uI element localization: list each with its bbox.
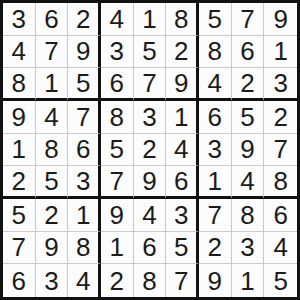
cell-r9c9[interactable]: 5 bbox=[264, 264, 297, 297]
sudoku-board: 3624185794793528618156794239478316521865… bbox=[0, 0, 300, 300]
cell-r6c7[interactable]: 1 bbox=[199, 166, 232, 199]
cell-r6c5[interactable]: 9 bbox=[134, 166, 167, 199]
cell-r4c7[interactable]: 6 bbox=[199, 101, 232, 134]
cell-r9c2[interactable]: 3 bbox=[36, 264, 69, 297]
cell-r6c1[interactable]: 2 bbox=[3, 166, 36, 199]
cell-r1c7[interactable]: 5 bbox=[199, 3, 232, 36]
cell-r9c8[interactable]: 1 bbox=[232, 264, 265, 297]
cell-r9c3[interactable]: 4 bbox=[68, 264, 101, 297]
cell-r5c5[interactable]: 2 bbox=[134, 134, 167, 167]
cell-r2c5[interactable]: 5 bbox=[134, 36, 167, 69]
cell-r7c3[interactable]: 1 bbox=[68, 199, 101, 232]
cell-r1c6[interactable]: 8 bbox=[166, 3, 199, 36]
cell-r8c8[interactable]: 3 bbox=[232, 232, 265, 265]
cell-r6c3[interactable]: 3 bbox=[68, 166, 101, 199]
cell-r1c8[interactable]: 7 bbox=[232, 3, 265, 36]
cell-r7c1[interactable]: 5 bbox=[3, 199, 36, 232]
cell-r9c5[interactable]: 8 bbox=[134, 264, 167, 297]
cell-r2c7[interactable]: 8 bbox=[199, 36, 232, 69]
cell-r2c9[interactable]: 1 bbox=[264, 36, 297, 69]
cell-r4c8[interactable]: 5 bbox=[232, 101, 265, 134]
cell-r2c2[interactable]: 7 bbox=[36, 36, 69, 69]
cell-r8c9[interactable]: 4 bbox=[264, 232, 297, 265]
cell-r2c3[interactable]: 9 bbox=[68, 36, 101, 69]
cell-r5c8[interactable]: 9 bbox=[232, 134, 265, 167]
cell-r7c4[interactable]: 9 bbox=[101, 199, 134, 232]
cell-r1c5[interactable]: 1 bbox=[134, 3, 167, 36]
cell-r8c1[interactable]: 7 bbox=[3, 232, 36, 265]
cell-r1c3[interactable]: 2 bbox=[68, 3, 101, 36]
cell-r9c4[interactable]: 2 bbox=[101, 264, 134, 297]
cell-r5c6[interactable]: 4 bbox=[166, 134, 199, 167]
cell-r5c9[interactable]: 7 bbox=[264, 134, 297, 167]
cell-r3c8[interactable]: 2 bbox=[232, 68, 265, 101]
cell-r3c4[interactable]: 6 bbox=[101, 68, 134, 101]
cell-r3c3[interactable]: 5 bbox=[68, 68, 101, 101]
cell-r3c7[interactable]: 4 bbox=[199, 68, 232, 101]
sudoku-page: 3624185794793528618156794239478316521865… bbox=[0, 0, 300, 300]
cell-r1c4[interactable]: 4 bbox=[101, 3, 134, 36]
cell-r1c2[interactable]: 6 bbox=[36, 3, 69, 36]
cell-r4c6[interactable]: 1 bbox=[166, 101, 199, 134]
cell-r2c8[interactable]: 6 bbox=[232, 36, 265, 69]
cell-r9c6[interactable]: 7 bbox=[166, 264, 199, 297]
cell-r7c7[interactable]: 7 bbox=[199, 199, 232, 232]
cell-r4c9[interactable]: 2 bbox=[264, 101, 297, 134]
cell-r5c1[interactable]: 1 bbox=[3, 134, 36, 167]
cell-r3c2[interactable]: 1 bbox=[36, 68, 69, 101]
cell-r5c7[interactable]: 3 bbox=[199, 134, 232, 167]
cell-r3c9[interactable]: 3 bbox=[264, 68, 297, 101]
cell-r4c1[interactable]: 9 bbox=[3, 101, 36, 134]
cell-r8c4[interactable]: 1 bbox=[101, 232, 134, 265]
cell-r4c3[interactable]: 7 bbox=[68, 101, 101, 134]
cell-r3c6[interactable]: 9 bbox=[166, 68, 199, 101]
cell-r9c1[interactable]: 6 bbox=[3, 264, 36, 297]
cell-r7c8[interactable]: 8 bbox=[232, 199, 265, 232]
cell-r4c2[interactable]: 4 bbox=[36, 101, 69, 134]
cell-r3c1[interactable]: 8 bbox=[3, 68, 36, 101]
cell-r5c2[interactable]: 8 bbox=[36, 134, 69, 167]
cell-r8c2[interactable]: 9 bbox=[36, 232, 69, 265]
cell-r8c6[interactable]: 5 bbox=[166, 232, 199, 265]
cell-r7c5[interactable]: 4 bbox=[134, 199, 167, 232]
cell-r5c3[interactable]: 6 bbox=[68, 134, 101, 167]
cell-r8c3[interactable]: 8 bbox=[68, 232, 101, 265]
cell-r8c7[interactable]: 2 bbox=[199, 232, 232, 265]
cell-r2c4[interactable]: 3 bbox=[101, 36, 134, 69]
cell-r1c9[interactable]: 9 bbox=[264, 3, 297, 36]
cell-r7c9[interactable]: 6 bbox=[264, 199, 297, 232]
cell-r9c7[interactable]: 9 bbox=[199, 264, 232, 297]
cell-r2c1[interactable]: 4 bbox=[3, 36, 36, 69]
cell-r6c4[interactable]: 7 bbox=[101, 166, 134, 199]
cell-r4c4[interactable]: 8 bbox=[101, 101, 134, 134]
cell-r2c6[interactable]: 2 bbox=[166, 36, 199, 69]
cell-r7c2[interactable]: 2 bbox=[36, 199, 69, 232]
cell-r6c8[interactable]: 4 bbox=[232, 166, 265, 199]
cell-r8c5[interactable]: 6 bbox=[134, 232, 167, 265]
cell-r3c5[interactable]: 7 bbox=[134, 68, 167, 101]
cell-r6c9[interactable]: 8 bbox=[264, 166, 297, 199]
cell-r5c4[interactable]: 5 bbox=[101, 134, 134, 167]
cell-r6c2[interactable]: 5 bbox=[36, 166, 69, 199]
cell-r4c5[interactable]: 3 bbox=[134, 101, 167, 134]
cell-r1c1[interactable]: 3 bbox=[3, 3, 36, 36]
cell-r7c6[interactable]: 3 bbox=[166, 199, 199, 232]
cell-r6c6[interactable]: 6 bbox=[166, 166, 199, 199]
